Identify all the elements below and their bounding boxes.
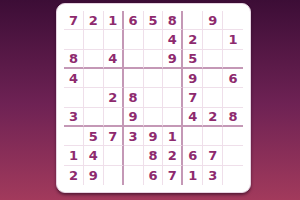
sudoku-cell-r5c7[interactable]: 7 <box>183 88 203 107</box>
cell-digit: 8 <box>129 91 138 104</box>
sudoku-cell-r1c9[interactable] <box>223 11 243 30</box>
cell-digit: 1 <box>188 169 197 182</box>
sudoku-cell-r4c1[interactable]: 4 <box>64 69 84 88</box>
sudoku-cell-r9c8[interactable]: 3 <box>203 166 223 185</box>
sudoku-cell-r8c5[interactable]: 8 <box>144 146 164 165</box>
cell-digit: 1 <box>108 14 117 27</box>
cell-digit: 7 <box>168 169 177 182</box>
cell-digit: 9 <box>188 72 197 85</box>
cell-digit: 2 <box>89 14 98 27</box>
sudoku-cell-r2c3[interactable] <box>104 30 124 49</box>
sudoku-cell-r3c7[interactable]: 5 <box>183 50 203 69</box>
sudoku-cell-r6c8[interactable]: 2 <box>203 108 223 127</box>
cell-digit: 4 <box>168 33 177 46</box>
cell-digit: 8 <box>148 149 157 162</box>
sudoku-cell-r2c1[interactable] <box>64 30 84 49</box>
cell-digit: 3 <box>208 169 217 182</box>
sudoku-cell-r2c6[interactable]: 4 <box>163 30 183 49</box>
sudoku-cell-r3c1[interactable]: 8 <box>64 50 84 69</box>
sudoku-cell-r7c1[interactable] <box>64 127 84 146</box>
sudoku-cell-r3c8[interactable] <box>203 50 223 69</box>
sudoku-cell-r9c6[interactable]: 7 <box>163 166 183 185</box>
sudoku-cell-r3c5[interactable] <box>144 50 164 69</box>
cell-digit: 9 <box>148 130 157 143</box>
cell-digit: 7 <box>69 14 78 27</box>
cell-digit: 9 <box>129 110 138 123</box>
cell-digit: 6 <box>148 169 157 182</box>
sudoku-cell-r3c4[interactable] <box>124 50 144 69</box>
sudoku-cell-r9c1[interactable]: 2 <box>64 166 84 185</box>
sudoku-cell-r1c8[interactable]: 9 <box>203 11 223 30</box>
sudoku-cell-r7c7[interactable] <box>183 127 203 146</box>
sudoku-cell-r4c4[interactable] <box>124 69 144 88</box>
sudoku-cell-r4c8[interactable] <box>203 69 223 88</box>
cell-digit: 1 <box>229 33 238 46</box>
sudoku-cell-r7c9[interactable] <box>223 127 243 146</box>
cell-digit: 8 <box>229 110 238 123</box>
cell-digit: 8 <box>168 14 177 27</box>
cell-digit: 8 <box>69 52 78 65</box>
sudoku-cell-r2c4[interactable] <box>124 30 144 49</box>
app-background: 7216589421849549628739428573911482672967… <box>0 0 300 200</box>
cell-digit: 2 <box>188 33 197 46</box>
cell-digit: 3 <box>129 130 138 143</box>
sudoku-cell-r1c4[interactable]: 6 <box>124 11 144 30</box>
sudoku-cell-r9c4[interactable] <box>124 166 144 185</box>
sudoku-cell-r9c3[interactable] <box>104 166 124 185</box>
cell-digit: 9 <box>208 14 217 27</box>
sudoku-cell-r3c6[interactable]: 9 <box>163 50 183 69</box>
sudoku-cell-r7c2[interactable]: 5 <box>84 127 104 146</box>
cell-digit: 6 <box>188 149 197 162</box>
sudoku-cell-r4c7[interactable]: 9 <box>183 69 203 88</box>
cell-digit: 7 <box>188 91 197 104</box>
cell-digit: 2 <box>108 91 117 104</box>
sudoku-cell-r2c2[interactable] <box>84 30 104 49</box>
sudoku-cell-r6c4[interactable]: 9 <box>124 108 144 127</box>
cell-digit: 7 <box>208 149 217 162</box>
sudoku-cell-r6c1[interactable]: 3 <box>64 108 84 127</box>
sudoku-cell-r5c4[interactable]: 8 <box>124 88 144 107</box>
sudoku-cell-r4c6[interactable] <box>163 69 183 88</box>
sudoku-cell-r1c2[interactable]: 2 <box>84 11 104 30</box>
sudoku-cell-r9c2[interactable]: 9 <box>84 166 104 185</box>
sudoku-cell-r7c3[interactable]: 7 <box>104 127 124 146</box>
cell-digit: 9 <box>89 169 98 182</box>
sudoku-cell-r5c1[interactable] <box>64 88 84 107</box>
sudoku-cell-r6c5[interactable] <box>144 108 164 127</box>
cell-digit: 4 <box>69 72 78 85</box>
cell-digit: 9 <box>168 52 177 65</box>
cell-digit: 3 <box>69 110 78 123</box>
sudoku-cell-r4c2[interactable] <box>84 69 104 88</box>
cell-digit: 7 <box>108 130 117 143</box>
sudoku-cell-r5c8[interactable] <box>203 88 223 107</box>
sudoku-cell-r5c3[interactable]: 2 <box>104 88 124 107</box>
sudoku-cell-r2c9[interactable]: 1 <box>223 30 243 49</box>
cell-digit: 4 <box>108 52 117 65</box>
sudoku-cell-r7c5[interactable]: 9 <box>144 127 164 146</box>
cell-digit: 1 <box>69 149 78 162</box>
sudoku-cell-r7c6[interactable]: 1 <box>163 127 183 146</box>
sudoku-cell-r5c9[interactable] <box>223 88 243 107</box>
sudoku-cell-r7c8[interactable] <box>203 127 223 146</box>
sudoku-cell-r8c3[interactable] <box>104 146 124 165</box>
sudoku-board: 7216589421849549628739428573911482672967… <box>56 3 251 193</box>
cell-digit: 5 <box>188 52 197 65</box>
sudoku-grid: 7216589421849549628739428573911482672967… <box>64 11 243 185</box>
sudoku-cell-r2c7[interactable]: 2 <box>183 30 203 49</box>
sudoku-cell-r8c1[interactable]: 1 <box>64 146 84 165</box>
sudoku-cell-r6c7[interactable]: 4 <box>183 108 203 127</box>
sudoku-cell-r4c9[interactable]: 6 <box>223 69 243 88</box>
sudoku-cell-r3c3[interactable]: 4 <box>104 50 124 69</box>
cell-digit: 2 <box>168 149 177 162</box>
sudoku-cell-r1c7[interactable] <box>183 11 203 30</box>
sudoku-cell-r8c2[interactable]: 4 <box>84 146 104 165</box>
sudoku-cell-r5c6[interactable] <box>163 88 183 107</box>
sudoku-cell-r8c7[interactable]: 6 <box>183 146 203 165</box>
cell-digit: 5 <box>148 14 157 27</box>
sudoku-cell-r8c6[interactable]: 2 <box>163 146 183 165</box>
sudoku-cell-r3c2[interactable] <box>84 50 104 69</box>
sudoku-cell-r1c1[interactable]: 7 <box>64 11 84 30</box>
sudoku-cell-r6c3[interactable] <box>104 108 124 127</box>
cell-digit: 5 <box>89 130 98 143</box>
sudoku-cell-r3c9[interactable] <box>223 50 243 69</box>
sudoku-cell-r2c5[interactable] <box>144 30 164 49</box>
sudoku-cell-r8c4[interactable] <box>124 146 144 165</box>
sudoku-cell-r5c5[interactable] <box>144 88 164 107</box>
sudoku-cell-r9c9[interactable] <box>223 166 243 185</box>
sudoku-cell-r6c6[interactable] <box>163 108 183 127</box>
cell-digit: 2 <box>208 110 217 123</box>
sudoku-cell-r1c5[interactable]: 5 <box>144 11 164 30</box>
sudoku-cell-r4c5[interactable] <box>144 69 164 88</box>
sudoku-cell-r2c8[interactable] <box>203 30 223 49</box>
sudoku-cell-r8c9[interactable] <box>223 146 243 165</box>
sudoku-cell-r1c6[interactable]: 8 <box>163 11 183 30</box>
sudoku-cell-r6c2[interactable] <box>84 108 104 127</box>
sudoku-cell-r6c9[interactable]: 8 <box>223 108 243 127</box>
sudoku-cell-r9c5[interactable]: 6 <box>144 166 164 185</box>
sudoku-cell-r7c4[interactable]: 3 <box>124 127 144 146</box>
sudoku-cell-r9c7[interactable]: 1 <box>183 166 203 185</box>
cell-digit: 4 <box>188 110 197 123</box>
cell-digit: 6 <box>129 14 138 27</box>
sudoku-cell-r8c8[interactable]: 7 <box>203 146 223 165</box>
cell-digit: 6 <box>229 72 238 85</box>
sudoku-cell-r1c3[interactable]: 1 <box>104 11 124 30</box>
cell-digit: 2 <box>69 169 78 182</box>
cell-digit: 4 <box>89 149 98 162</box>
sudoku-cell-r5c2[interactable] <box>84 88 104 107</box>
sudoku-cell-r4c3[interactable] <box>104 69 124 88</box>
cell-digit: 1 <box>168 130 177 143</box>
